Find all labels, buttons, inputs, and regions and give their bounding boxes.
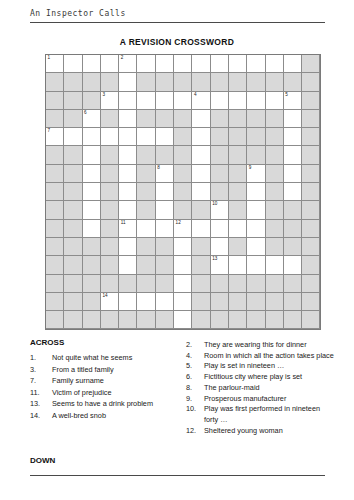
grid-cell[interactable] (64, 55, 82, 73)
block-cell (302, 238, 320, 256)
grid-cell[interactable] (119, 165, 137, 183)
block-cell (266, 165, 284, 183)
clue-text: Family surname (52, 376, 182, 387)
grid-cell[interactable] (247, 92, 265, 110)
block-cell (192, 73, 210, 91)
clue-number: 7. (30, 376, 52, 387)
grid-cell[interactable] (192, 183, 210, 201)
block-cell (266, 238, 284, 256)
block-cell (174, 146, 192, 164)
worksheet-page: An Inspector Calls A REVISION CROSSWORD … (0, 0, 354, 500)
block-cell (174, 165, 192, 183)
grid-cell[interactable] (192, 220, 210, 238)
grid-cell[interactable] (211, 92, 229, 110)
grid-cell[interactable] (247, 183, 265, 201)
clue-number-label: 7 (48, 128, 51, 134)
grid-cell[interactable] (284, 256, 302, 274)
grid-cell[interactable]: 10 (211, 201, 229, 219)
block-cell (46, 220, 64, 238)
grid-cell[interactable] (137, 128, 155, 146)
grid-cell[interactable]: 2 (119, 55, 137, 73)
clue-item: 14.A well-bred snob (30, 411, 182, 422)
block-cell (284, 311, 302, 329)
grid-cell[interactable] (266, 256, 284, 274)
clue-number-label: 6 (84, 110, 87, 116)
grid-cell[interactable] (119, 256, 137, 274)
clue-number-label: 3 (102, 92, 105, 98)
block-cell (302, 165, 320, 183)
grid-cell[interactable] (83, 128, 101, 146)
grid-cell[interactable] (247, 238, 265, 256)
block-cell (83, 256, 101, 274)
clue-number: 10. (186, 404, 204, 425)
grid-cell[interactable] (211, 220, 229, 238)
block-cell (156, 256, 174, 274)
block-cell (46, 110, 64, 128)
grid-cell[interactable]: 7 (46, 128, 64, 146)
grid-cell[interactable] (174, 275, 192, 293)
grid-cell[interactable] (266, 55, 284, 73)
block-cell (266, 275, 284, 293)
block-cell (137, 275, 155, 293)
grid-cell[interactable] (119, 73, 137, 91)
block-cell (266, 293, 284, 311)
grid-cell[interactable] (229, 256, 247, 274)
grid-cell[interactable] (174, 55, 192, 73)
block-cell (137, 146, 155, 164)
block-cell (83, 92, 101, 110)
block-cell (137, 311, 155, 329)
grid-cell[interactable] (211, 238, 229, 256)
grid-cell[interactable] (266, 92, 284, 110)
clue-number-label: 2 (121, 55, 124, 61)
grid-cell[interactable] (64, 128, 82, 146)
clue-text: The parlour-maid (204, 383, 336, 394)
grid-cell[interactable] (284, 110, 302, 128)
block-cell (229, 275, 247, 293)
block-cell (174, 73, 192, 91)
clue-text: Seems to have a drink problem (52, 399, 182, 410)
block-cell (284, 293, 302, 311)
grid-cell[interactable]: 12 (174, 220, 192, 238)
clue-item: 1.Not quite what he seems (30, 353, 182, 364)
grid-cell[interactable] (174, 311, 192, 329)
down-heading: DOWN (30, 456, 55, 465)
block-cell (64, 256, 82, 274)
block-cell (284, 275, 302, 293)
block-cell (46, 146, 64, 164)
down-clues-section: 2.They are wearing this for dinner4.Room… (186, 340, 336, 436)
clue-text: Room in which all the action takes place (204, 351, 336, 362)
grid-cell[interactable] (284, 165, 302, 183)
clue-number: 13. (30, 399, 52, 410)
clue-number: 6. (186, 372, 204, 383)
block-cell (284, 73, 302, 91)
grid-cell[interactable]: 11 (119, 220, 137, 238)
block-cell (229, 110, 247, 128)
block-cell (64, 311, 82, 329)
clue-number: 14. (30, 411, 52, 422)
across-clue-list: 1.Not quite what he seems3.From a titled… (30, 353, 182, 422)
block-cell (229, 165, 247, 183)
block-cell (46, 293, 64, 311)
grid-cell[interactable]: 4 (192, 92, 210, 110)
block-cell (192, 256, 210, 274)
block-cell (119, 275, 137, 293)
block-cell (174, 183, 192, 201)
grid-cell[interactable] (192, 110, 210, 128)
down-clue-list: 2.They are wearing this for dinner4.Room… (186, 340, 336, 436)
block-cell (192, 311, 210, 329)
block-cell (302, 73, 320, 91)
clue-number: 12. (186, 426, 204, 437)
block-cell (247, 311, 265, 329)
block-cell (284, 201, 302, 219)
block-cell (46, 165, 64, 183)
grid-cell[interactable] (137, 220, 155, 238)
grid-cell[interactable]: 3 (101, 92, 119, 110)
clue-number: 3. (30, 365, 52, 376)
clue-number-label: 10 (212, 201, 217, 207)
clue-text: From a titled family (52, 365, 182, 376)
block-cell (211, 183, 229, 201)
grid-cell[interactable] (101, 55, 119, 73)
block-cell (101, 275, 119, 293)
block-cell (302, 201, 320, 219)
grid-cell[interactable] (119, 183, 137, 201)
grid-cell[interactable] (284, 146, 302, 164)
block-cell (192, 238, 210, 256)
clue-item: 10.Play was first performed in nineteen … (186, 404, 336, 425)
block-cell (302, 92, 320, 110)
clue-text: Not quite what he seems (52, 353, 182, 364)
clue-item: 5.Play is set in nineteen … (186, 361, 336, 372)
grid-cell[interactable] (119, 238, 137, 256)
grid-cell[interactable] (156, 55, 174, 73)
block-cell (101, 165, 119, 183)
grid-cell[interactable] (156, 128, 174, 146)
block-cell (302, 183, 320, 201)
clue-item: 3.From a titled family (30, 365, 182, 376)
block-cell (266, 201, 284, 219)
grid-cell[interactable] (174, 92, 192, 110)
document-header: An Inspector Calls (30, 9, 325, 23)
grid-cell[interactable] (119, 201, 137, 219)
grid-cell[interactable] (156, 183, 174, 201)
grid-cell[interactable] (119, 92, 137, 110)
block-cell (46, 275, 64, 293)
block-cell (302, 146, 320, 164)
block-cell (64, 201, 82, 219)
clue-text: Play was first performed in nineteen for… (204, 404, 336, 425)
block-cell (101, 220, 119, 238)
block-cell (156, 275, 174, 293)
document-title: An Inspector Calls (30, 9, 126, 18)
block-cell (156, 73, 174, 91)
block-cell (302, 220, 320, 238)
block-cell (156, 110, 174, 128)
grid-cell[interactable] (174, 293, 192, 311)
grid-cell[interactable] (137, 55, 155, 73)
grid-cell[interactable] (156, 201, 174, 219)
block-cell (46, 73, 64, 91)
block-cell (247, 110, 265, 128)
clue-number: 2. (186, 340, 204, 351)
block-cell (229, 238, 247, 256)
block-cell (137, 73, 155, 91)
block-cell (229, 128, 247, 146)
grid-cell[interactable] (83, 146, 101, 164)
clue-number-label: 12 (176, 220, 181, 226)
grid-cell[interactable] (101, 128, 119, 146)
clue-text: A well-bred snob (52, 411, 182, 422)
grid-cell[interactable] (83, 55, 101, 73)
clue-text: Sheltered young woman (204, 426, 336, 437)
block-cell (83, 275, 101, 293)
clue-item: 6.Fictitious city where play is set (186, 372, 336, 383)
block-cell (211, 73, 229, 91)
block-cell (211, 311, 229, 329)
block-cell (137, 201, 155, 219)
block-cell (247, 146, 265, 164)
block-cell (174, 110, 192, 128)
block-cell (229, 293, 247, 311)
block-cell (174, 128, 192, 146)
block-cell (156, 311, 174, 329)
clue-number-label: 11 (121, 220, 126, 226)
block-cell (156, 238, 174, 256)
block-cell (137, 165, 155, 183)
block-cell (137, 110, 155, 128)
grid-cell[interactable] (174, 238, 192, 256)
grid-cell[interactable]: 1 (46, 55, 64, 73)
grid-cell[interactable] (119, 128, 137, 146)
block-cell (101, 73, 119, 91)
clue-number-label: 14 (102, 293, 107, 299)
grid-cell[interactable] (229, 55, 247, 73)
block-cell (229, 183, 247, 201)
block-cell (247, 128, 265, 146)
block-cell (46, 201, 64, 219)
grid-cell[interactable] (284, 128, 302, 146)
block-cell (46, 92, 64, 110)
footer-rule (30, 475, 325, 476)
clue-text: Prosperous manufacturer (204, 394, 336, 405)
block-cell (137, 183, 155, 201)
grid-cell[interactable] (119, 146, 137, 164)
clue-item: 2.They are wearing this for dinner (186, 340, 336, 351)
block-cell (229, 146, 247, 164)
clue-item: 13.Seems to have a drink problem (30, 399, 182, 410)
across-clues-section: ACROSS 1.Not quite what he seems3.From a… (30, 338, 182, 423)
clue-number-label: 4 (194, 92, 197, 98)
block-cell (302, 55, 320, 73)
block-cell (64, 183, 82, 201)
clue-item: 12.Sheltered young woman (186, 426, 336, 437)
across-heading: ACROSS (30, 338, 182, 347)
grid-cell[interactable] (137, 92, 155, 110)
block-cell (46, 256, 64, 274)
puzzle-title: A REVISION CROSSWORD (0, 37, 354, 47)
block-cell (64, 220, 82, 238)
grid-cell[interactable] (83, 183, 101, 201)
grid-cell[interactable]: 8 (156, 165, 174, 183)
block-cell (247, 275, 265, 293)
block-cell (101, 146, 119, 164)
block-cell (137, 238, 155, 256)
clue-number: 9. (186, 394, 204, 405)
block-cell (284, 220, 302, 238)
grid-cell[interactable] (192, 128, 210, 146)
block-cell (101, 238, 119, 256)
block-cell (101, 256, 119, 274)
block-cell (83, 293, 101, 311)
clue-item: 11.Victim of prejudice (30, 388, 182, 399)
clue-text: Play is set in nineteen … (204, 361, 336, 372)
block-cell (302, 256, 320, 274)
clue-number-label: 1 (48, 55, 51, 61)
block-cell (266, 110, 284, 128)
block-cell (302, 275, 320, 293)
clue-number: 8. (186, 383, 204, 394)
clue-item: 8.The parlour-maid (186, 383, 336, 394)
grid-cell[interactable] (192, 55, 210, 73)
block-cell (101, 311, 119, 329)
clue-number-label: 8 (157, 165, 160, 171)
block-cell (101, 183, 119, 201)
grid-cell[interactable] (284, 183, 302, 201)
clue-item: 7.Family surname (30, 376, 182, 387)
block-cell (229, 311, 247, 329)
block-cell (46, 183, 64, 201)
block-cell (229, 201, 247, 219)
block-cell (64, 275, 82, 293)
block-cell (229, 73, 247, 91)
block-cell (192, 201, 210, 219)
clue-item: 9.Prosperous manufacturer (186, 394, 336, 405)
grid-cell[interactable] (137, 293, 155, 311)
block-cell (211, 165, 229, 183)
grid-cell[interactable] (211, 55, 229, 73)
block-cell (64, 92, 82, 110)
block-cell (174, 201, 192, 219)
grid-cell[interactable] (247, 55, 265, 73)
grid-cell[interactable] (229, 92, 247, 110)
block-cell (64, 238, 82, 256)
block-cell (211, 275, 229, 293)
block-cell (247, 73, 265, 91)
grid-cell[interactable] (247, 256, 265, 274)
clue-number-label: 13 (212, 256, 217, 262)
block-cell (211, 146, 229, 164)
block-cell (266, 73, 284, 91)
block-cell (83, 238, 101, 256)
block-cell (101, 110, 119, 128)
grid-cell[interactable] (192, 146, 210, 164)
block-cell (302, 311, 320, 329)
block-cell (64, 165, 82, 183)
grid-cell[interactable] (284, 55, 302, 73)
grid-cell[interactable]: 9 (247, 165, 265, 183)
grid-cell[interactable] (83, 165, 101, 183)
clue-number: 1. (30, 353, 52, 364)
block-cell (64, 110, 82, 128)
block-cell (266, 220, 284, 238)
block-cell (211, 293, 229, 311)
block-cell (137, 256, 155, 274)
grid-cell[interactable] (247, 220, 265, 238)
clue-text: They are wearing this for dinner (204, 340, 336, 351)
block-cell (266, 311, 284, 329)
block-cell (101, 201, 119, 219)
grid-cell[interactable]: 5 (284, 92, 302, 110)
block-cell (192, 293, 210, 311)
block-cell (64, 146, 82, 164)
block-cell (46, 238, 64, 256)
block-cell (247, 293, 265, 311)
clue-item: 4.Room in which all the action takes pla… (186, 351, 336, 362)
block-cell (83, 73, 101, 91)
grid-cell[interactable] (119, 293, 137, 311)
grid-cell[interactable]: 14 (101, 293, 119, 311)
block-cell (266, 128, 284, 146)
block-cell (302, 128, 320, 146)
grid-cell[interactable] (156, 92, 174, 110)
block-cell (302, 110, 320, 128)
clue-number: 5. (186, 361, 204, 372)
block-cell (211, 110, 229, 128)
block-cell (119, 311, 137, 329)
grid-cell[interactable] (247, 201, 265, 219)
grid-cell[interactable] (192, 165, 210, 183)
block-cell (46, 311, 64, 329)
block-cell (64, 293, 82, 311)
grid-cell[interactable] (83, 220, 101, 238)
block-cell (211, 128, 229, 146)
grid-cell[interactable] (229, 220, 247, 238)
clue-number-label: 9 (249, 165, 252, 171)
block-cell (156, 146, 174, 164)
grid-cell[interactable] (156, 293, 174, 311)
block-cell (302, 293, 320, 311)
clue-number-label: 5 (285, 92, 288, 98)
clue-text: Victim of prejudice (52, 388, 182, 399)
grid-cell[interactable]: 6 (83, 110, 101, 128)
block-cell (192, 275, 210, 293)
crossword-grid: 1234567891011121314 (45, 54, 321, 330)
block-cell (266, 146, 284, 164)
block-cell (284, 238, 302, 256)
grid-cell[interactable] (83, 201, 101, 219)
clue-text: Fictitious city where play is set (204, 372, 336, 383)
block-cell (64, 73, 82, 91)
clue-number: 4. (186, 351, 204, 362)
clue-number: 11. (30, 388, 52, 399)
grid-cell[interactable] (119, 110, 137, 128)
block-cell (83, 311, 101, 329)
grid-cell[interactable] (174, 256, 192, 274)
grid-cell[interactable]: 13 (211, 256, 229, 274)
grid-cell[interactable] (156, 220, 174, 238)
block-cell (266, 183, 284, 201)
